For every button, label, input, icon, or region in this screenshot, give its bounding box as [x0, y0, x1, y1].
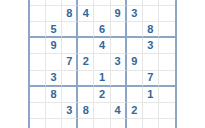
cell-r5c1[interactable] — [30, 54, 46, 70]
cell-r9c4[interactable] — [78, 119, 94, 128]
cell-r3c2[interactable]: 5 — [46, 22, 62, 38]
cell-r9c2[interactable] — [46, 119, 62, 128]
cell-r3c6[interactable] — [111, 22, 127, 38]
cell-r6c2[interactable]: 3 — [46, 71, 62, 87]
cell-r5c2[interactable] — [46, 54, 62, 70]
cell-r9c1[interactable] — [30, 119, 46, 128]
cell-r4c5[interactable]: 4 — [94, 38, 110, 54]
cell-r4c3[interactable] — [62, 38, 78, 54]
cell-r7c9[interactable] — [159, 87, 175, 103]
cell-r5c4[interactable]: 2 — [78, 54, 94, 70]
cell-r7c1[interactable] — [30, 87, 46, 103]
cell-r7c6[interactable] — [111, 87, 127, 103]
cell-r3c5[interactable]: 6 — [94, 22, 110, 38]
cell-r7c2[interactable]: 8 — [46, 87, 62, 103]
cell-r6c4[interactable] — [78, 71, 94, 87]
cell-r7c3[interactable] — [62, 87, 78, 103]
cell-r5c6[interactable]: 3 — [111, 54, 127, 70]
cell-r8c8[interactable] — [143, 103, 159, 119]
cell-r4c1[interactable] — [30, 38, 46, 54]
sudoku-screenshot: 849356894372393178213842 — [0, 0, 205, 128]
sudoku-board: 849356894372393178213842 — [28, 0, 177, 128]
cell-r6c9[interactable] — [159, 71, 175, 87]
cell-r2c9[interactable] — [159, 6, 175, 22]
cell-r5c3[interactable]: 7 — [62, 54, 78, 70]
cell-r9c8[interactable] — [143, 119, 159, 128]
cell-r2c7[interactable]: 3 — [127, 6, 143, 22]
cell-r6c5[interactable]: 1 — [94, 71, 110, 87]
cell-r6c8[interactable]: 7 — [143, 71, 159, 87]
cell-r3c7[interactable] — [127, 22, 143, 38]
cell-r7c4[interactable] — [78, 87, 94, 103]
cell-r3c9[interactable] — [159, 22, 175, 38]
cell-r6c6[interactable] — [111, 71, 127, 87]
cell-r2c4[interactable]: 4 — [78, 6, 94, 22]
cell-r9c3[interactable] — [62, 119, 78, 128]
cell-r8c2[interactable] — [46, 103, 62, 119]
cell-r2c6[interactable]: 9 — [111, 6, 127, 22]
cell-r2c2[interactable] — [46, 6, 62, 22]
cell-r7c7[interactable] — [127, 87, 143, 103]
cell-r3c1[interactable] — [30, 22, 46, 38]
cell-r8c9[interactable] — [159, 103, 175, 119]
cell-r2c5[interactable] — [94, 6, 110, 22]
cell-r8c3[interactable]: 3 — [62, 103, 78, 119]
cell-r8c4[interactable]: 8 — [78, 103, 94, 119]
cell-r4c7[interactable] — [127, 38, 143, 54]
cell-r3c8[interactable]: 8 — [143, 22, 159, 38]
cell-r8c5[interactable] — [94, 103, 110, 119]
cell-r5c5[interactable] — [94, 54, 110, 70]
cell-r4c4[interactable] — [78, 38, 94, 54]
cell-r8c6[interactable]: 4 — [111, 103, 127, 119]
cell-r7c5[interactable]: 2 — [94, 87, 110, 103]
cell-r5c8[interactable] — [143, 54, 159, 70]
cell-r2c1[interactable] — [30, 6, 46, 22]
cell-r4c2[interactable]: 9 — [46, 38, 62, 54]
cell-r6c1[interactable] — [30, 71, 46, 87]
cell-r7c8[interactable]: 1 — [143, 87, 159, 103]
cell-r8c7[interactable]: 2 — [127, 103, 143, 119]
cell-r2c8[interactable] — [143, 6, 159, 22]
cell-r4c8[interactable]: 3 — [143, 38, 159, 54]
cell-r8c1[interactable] — [30, 103, 46, 119]
cell-r9c7[interactable] — [127, 119, 143, 128]
cell-r9c9[interactable] — [159, 119, 175, 128]
cell-r3c3[interactable] — [62, 22, 78, 38]
cell-r5c9[interactable] — [159, 54, 175, 70]
cell-r6c3[interactable] — [62, 71, 78, 87]
cell-r2c3[interactable]: 8 — [62, 6, 78, 22]
cell-r5c7[interactable]: 9 — [127, 54, 143, 70]
cell-r3c4[interactable] — [78, 22, 94, 38]
cell-r4c9[interactable] — [159, 38, 175, 54]
cell-r9c5[interactable] — [94, 119, 110, 128]
cell-r4c6[interactable] — [111, 38, 127, 54]
cell-r9c6[interactable] — [111, 119, 127, 128]
cell-r6c7[interactable] — [127, 71, 143, 87]
